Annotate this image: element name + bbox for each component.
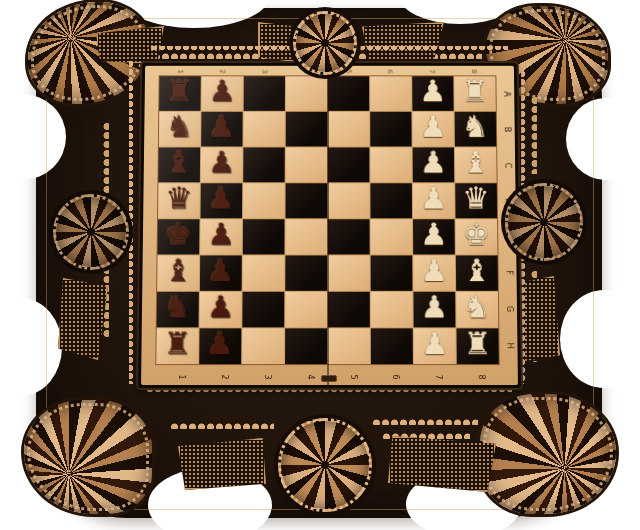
square-f4[interactable] [285, 255, 327, 290]
piece-bP[interactable]: ♟ [200, 216, 242, 251]
square-e7[interactable]: ♟ [413, 219, 455, 254]
piece-bP[interactable]: ♟ [201, 145, 243, 180]
piece-bP[interactable]: ♟ [200, 289, 242, 325]
rank-label-bottom-5: 5 [340, 356, 358, 399]
piece-bP[interactable]: ♟ [201, 73, 242, 107]
piece-bN[interactable]: ♞ [157, 289, 199, 325]
square-d2[interactable]: ♟ [201, 183, 243, 218]
piece-wP[interactable]: ♟ [412, 73, 453, 107]
bottom-right-corner-carving-icon [480, 394, 616, 514]
file-label-a: A [489, 84, 525, 103]
square-e4[interactable] [285, 219, 327, 254]
piece-bQ[interactable]: ♛ [158, 180, 200, 215]
rank-label-bottom-4: 4 [297, 356, 315, 399]
square-f6[interactable] [371, 255, 413, 290]
right-rosette-icon [505, 183, 583, 261]
square-b7[interactable]: ♟ [412, 112, 454, 147]
square-d4[interactable] [286, 183, 328, 218]
square-g5[interactable] [328, 292, 370, 328]
square-f7[interactable]: ♟ [413, 255, 455, 290]
square-a7[interactable]: ♟ [412, 76, 453, 111]
rank-label-bottom-8: 8 [468, 356, 486, 399]
square-g6[interactable] [371, 292, 413, 328]
top-rosette-icon [293, 11, 357, 75]
square-b4[interactable] [286, 112, 327, 147]
file-label-c: C [490, 155, 527, 174]
square-d7[interactable]: ♟ [413, 183, 455, 218]
square-e5[interactable] [328, 219, 370, 254]
stippled-panel [388, 436, 496, 492]
square-f3[interactable] [243, 255, 285, 290]
piece-bP[interactable]: ♟ [201, 180, 243, 215]
square-d1[interactable]: ♛ [158, 183, 200, 218]
square-b1[interactable]: ♞ [159, 112, 201, 147]
square-f2[interactable]: ♟ [200, 255, 242, 290]
rank-label-bottom-3: 3 [254, 356, 272, 399]
square-a3[interactable] [244, 76, 285, 111]
square-d3[interactable] [243, 183, 285, 218]
rank-label-bottom-6: 6 [383, 356, 401, 399]
piece-bK[interactable]: ♚ [158, 216, 200, 251]
square-e1[interactable]: ♚ [158, 219, 200, 254]
square-f1[interactable]: ♝ [157, 255, 199, 290]
square-b5[interactable] [328, 112, 369, 147]
square-c1[interactable]: ♝ [158, 147, 200, 182]
rank-label-bottom-2: 2 [211, 356, 229, 399]
file-label-h: H [492, 336, 529, 356]
bottom-rosette-icon [278, 418, 372, 512]
board-border: 12345678 ♜♟♟♜♞♟♟♞♝♟♟♝♛♟♟♛♚♟♟♚♝♟♟♝♞♟♟♞♜♟♟… [141, 66, 518, 385]
square-e3[interactable] [243, 219, 285, 254]
frame-notch [566, 98, 640, 180]
square-e2[interactable]: ♟ [200, 219, 242, 254]
piece-bB[interactable]: ♝ [157, 253, 199, 288]
square-g7[interactable]: ♟ [413, 292, 455, 328]
piece-bN[interactable]: ♞ [159, 109, 201, 144]
square-g1[interactable]: ♞ [157, 292, 199, 328]
square-b3[interactable] [243, 112, 284, 147]
piece-bP[interactable]: ♟ [200, 253, 242, 288]
square-e6[interactable] [371, 219, 413, 254]
square-a1[interactable]: ♜ [159, 76, 201, 111]
piece-wP[interactable]: ♟ [413, 253, 455, 288]
fold-line [327, 66, 329, 385]
square-b6[interactable] [370, 112, 411, 147]
square-c3[interactable] [243, 147, 285, 182]
piece-bP[interactable]: ♟ [201, 109, 243, 144]
left-rosette-icon [53, 194, 129, 270]
piece-wP[interactable]: ♟ [413, 145, 455, 180]
square-g4[interactable] [285, 292, 327, 328]
stippled-panel [178, 438, 266, 490]
square-c6[interactable] [370, 147, 412, 182]
file-label-g: G [492, 299, 529, 319]
file-label-b: B [490, 120, 526, 139]
photo-background: 12345678 ♜♟♟♜♞♟♟♞♝♟♟♝♛♟♟♛♚♟♟♚♝♟♟♝♞♟♟♞♜♟♟… [0, 0, 640, 530]
square-a4[interactable] [286, 76, 327, 111]
piece-wP[interactable]: ♟ [413, 180, 455, 215]
piece-wP[interactable]: ♟ [413, 289, 455, 325]
square-c7[interactable]: ♟ [413, 147, 455, 182]
file-label-f: F [491, 263, 528, 283]
square-a6[interactable] [370, 76, 411, 111]
square-g2[interactable]: ♟ [200, 292, 242, 328]
bottom-left-corner-carving-icon [24, 400, 152, 514]
frame-notch [560, 290, 640, 388]
piece-bR[interactable]: ♜ [159, 73, 201, 107]
square-g3[interactable] [242, 292, 284, 328]
square-a5[interactable] [328, 76, 369, 111]
square-f5[interactable] [328, 255, 370, 290]
piece-wP[interactable]: ♟ [412, 109, 454, 144]
rank-label-bottom-7: 7 [425, 356, 443, 399]
square-b2[interactable]: ♟ [201, 112, 243, 147]
square-c5[interactable] [328, 147, 369, 182]
rank-label-bottom-1: 1 [168, 356, 186, 399]
square-c2[interactable]: ♟ [201, 147, 243, 182]
piece-wP[interactable]: ♟ [413, 216, 455, 251]
piece-bB[interactable]: ♝ [158, 145, 200, 180]
square-a2[interactable]: ♟ [201, 76, 242, 111]
square-c4[interactable] [286, 147, 327, 182]
bottom-hinge-icon [321, 375, 337, 382]
chess-board: 12345678 ♜♟♟♜♞♟♟♞♝♟♟♝♛♟♟♛♚♟♟♚♝♟♟♝♞♟♟♞♜♟♟… [138, 63, 521, 388]
square-d5[interactable] [328, 183, 370, 218]
square-d6[interactable] [370, 183, 412, 218]
